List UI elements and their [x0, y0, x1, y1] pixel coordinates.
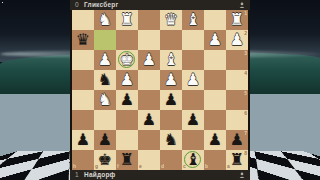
rank-label-2: 2	[244, 31, 247, 36]
white-knight-g5[interactable]: ♞	[94, 90, 116, 110]
square-b1[interactable]	[204, 10, 226, 30]
square-b8[interactable]: b	[204, 150, 226, 170]
square-h2[interactable]: ♛	[72, 30, 94, 50]
square-d1[interactable]: ♛	[160, 10, 182, 30]
square-c3[interactable]	[182, 50, 204, 70]
square-c8[interactable]: ♝c	[182, 150, 204, 170]
white-knight-g1[interactable]: ♞	[94, 10, 116, 30]
square-c6[interactable]: ♟	[182, 110, 204, 130]
white-pawn-f4[interactable]: ♟	[116, 70, 138, 90]
file-label-g: g	[95, 164, 98, 169]
white-rook-f1[interactable]: ♜	[116, 10, 138, 30]
bottom-player-bar: 1 Найдорф	[70, 170, 250, 180]
square-b3[interactable]	[204, 50, 226, 70]
square-e3[interactable]: ♟	[138, 50, 160, 70]
white-pawn-c4[interactable]: ♟	[182, 70, 204, 90]
black-knight-g4[interactable]: ♞	[94, 70, 116, 90]
white-bishop-c1[interactable]: ♝	[182, 10, 204, 30]
square-d8[interactable]: d	[160, 150, 182, 170]
square-d2[interactable]	[160, 30, 182, 50]
square-b2[interactable]: ♟	[204, 30, 226, 50]
square-c4[interactable]: ♟	[182, 70, 204, 90]
black-pawn-g7[interactable]: ♟	[94, 130, 116, 150]
square-g8[interactable]: ♚g	[94, 150, 116, 170]
square-e6[interactable]: ♟	[138, 110, 160, 130]
square-h3[interactable]	[72, 50, 94, 70]
rank-label-4: 4	[244, 71, 247, 76]
square-a1[interactable]: ♜1	[226, 10, 248, 30]
square-f1[interactable]: ♜	[116, 10, 138, 30]
square-d3[interactable]: ♝	[160, 50, 182, 70]
square-e7[interactable]	[138, 130, 160, 150]
square-c7[interactable]	[182, 130, 204, 150]
square-f4[interactable]: ♟	[116, 70, 138, 90]
square-h8[interactable]: h	[72, 150, 94, 170]
square-a5[interactable]: 5	[226, 90, 248, 110]
square-f8[interactable]: ♜f	[116, 150, 138, 170]
square-h5[interactable]	[72, 90, 94, 110]
top-player-bar: 0 Гликсберг	[70, 0, 250, 10]
square-e1[interactable]	[138, 10, 160, 30]
file-label-f: f	[117, 164, 119, 169]
rank-label-8: 8	[244, 151, 247, 156]
square-h4[interactable]	[72, 70, 94, 90]
black-pawn-f5[interactable]: ♟	[116, 90, 138, 110]
top-player-name: Гликсберг	[84, 0, 118, 10]
file-label-c: c	[183, 164, 186, 169]
file-label-d: d	[161, 164, 164, 169]
top-player-score: 0	[75, 0, 79, 10]
square-f5[interactable]: ♟	[116, 90, 138, 110]
square-g4[interactable]: ♞	[94, 70, 116, 90]
square-d7[interactable]: ♞	[160, 130, 182, 150]
square-a3[interactable]: 3	[226, 50, 248, 70]
bottom-player-avatar-icon	[239, 172, 245, 178]
black-knight-d7[interactable]: ♞	[160, 130, 182, 150]
white-queen-d1[interactable]: ♛	[160, 10, 182, 30]
rank-label-6: 6	[244, 111, 247, 116]
square-g7[interactable]: ♟	[94, 130, 116, 150]
square-d6[interactable]	[160, 110, 182, 130]
square-a4[interactable]: 4	[226, 70, 248, 90]
file-label-h: h	[73, 164, 76, 169]
square-a2[interactable]: ♟2	[226, 30, 248, 50]
chess-app-panel: 0 Гликсберг ♞♜♛♝♜1♛♟♟2♟♚♟♝3♞♟♟♟4♞♟♟5♟♟6♟…	[70, 0, 250, 180]
square-a7[interactable]: ♟7	[226, 130, 248, 150]
square-g3[interactable]: ♟	[94, 50, 116, 70]
square-g5[interactable]: ♞	[94, 90, 116, 110]
black-rook-f8[interactable]: ♜	[116, 150, 138, 170]
rank-label-7: 7	[244, 131, 247, 136]
square-c1[interactable]: ♝	[182, 10, 204, 30]
chess-board: ♞♜♛♝♜1♛♟♟2♟♚♟♝3♞♟♟♟4♞♟♟5♟♟6♟♟♞♟♟7h♚g♜fed…	[72, 10, 248, 170]
square-e8[interactable]: e	[138, 150, 160, 170]
white-pawn-d4[interactable]: ♟	[160, 70, 182, 90]
square-h6[interactable]	[72, 110, 94, 130]
square-d4[interactable]: ♟	[160, 70, 182, 90]
square-h7[interactable]: ♟	[72, 130, 94, 150]
top-player-avatar-icon	[239, 2, 245, 8]
black-pawn-b7[interactable]: ♟	[204, 130, 226, 150]
white-pawn-g3[interactable]: ♟	[94, 50, 116, 70]
square-f6[interactable]	[116, 110, 138, 130]
square-b7[interactable]: ♟	[204, 130, 226, 150]
square-g1[interactable]: ♞	[94, 10, 116, 30]
square-f3[interactable]: ♚	[116, 50, 138, 70]
square-a6[interactable]: 6	[226, 110, 248, 130]
square-b6[interactable]	[204, 110, 226, 130]
black-pawn-h7[interactable]: ♟	[72, 130, 94, 150]
bottom-player-name: Найдорф	[84, 170, 115, 180]
square-e4[interactable]	[138, 70, 160, 90]
white-king-f3[interactable]: ♚	[116, 50, 138, 70]
square-g6[interactable]	[94, 110, 116, 130]
black-pawn-c6[interactable]: ♟	[182, 110, 204, 130]
square-e5[interactable]	[138, 90, 160, 110]
square-d5[interactable]: ♟	[160, 90, 182, 110]
square-f7[interactable]	[116, 130, 138, 150]
square-f2[interactable]	[116, 30, 138, 50]
rank-label-1: 1	[244, 11, 247, 16]
square-e2[interactable]	[138, 30, 160, 50]
square-b5[interactable]	[204, 90, 226, 110]
file-label-a: a	[227, 164, 230, 169]
black-pawn-e6[interactable]: ♟	[138, 110, 160, 130]
rank-label-3: 3	[244, 51, 247, 56]
square-g2[interactable]	[94, 30, 116, 50]
white-bishop-d3[interactable]: ♝	[160, 50, 182, 70]
file-label-e: e	[139, 164, 142, 169]
square-c2[interactable]	[182, 30, 204, 50]
square-c5[interactable]	[182, 90, 204, 110]
stars	[2, 2, 3, 3]
square-b4[interactable]	[204, 70, 226, 90]
white-pawn-b2[interactable]: ♟	[204, 30, 226, 50]
file-label-b: b	[205, 164, 208, 169]
black-queen-h2[interactable]: ♛	[72, 30, 94, 50]
rank-label-5: 5	[244, 91, 247, 96]
black-pawn-d5[interactable]: ♟	[160, 90, 182, 110]
square-h1[interactable]	[72, 10, 94, 30]
square-a8[interactable]: ♜8a	[226, 150, 248, 170]
bottom-player-score: 1	[75, 170, 79, 180]
white-pawn-e3[interactable]: ♟	[138, 50, 160, 70]
